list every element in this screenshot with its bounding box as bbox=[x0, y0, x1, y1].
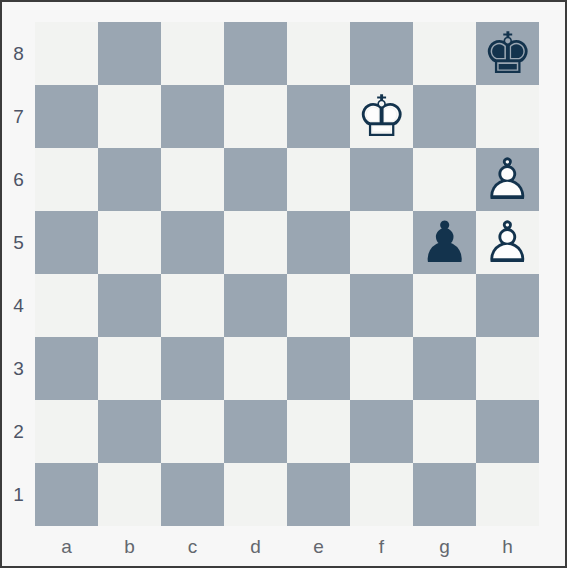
square-g5[interactable]: ♟ bbox=[413, 211, 476, 274]
square-e3[interactable] bbox=[287, 337, 350, 400]
square-g7[interactable] bbox=[413, 85, 476, 148]
black-pawn-glyph: ♟ bbox=[413, 211, 476, 274]
square-f1[interactable] bbox=[350, 463, 413, 526]
square-h5[interactable]: ♟♙ bbox=[476, 211, 539, 274]
square-h7[interactable] bbox=[476, 85, 539, 148]
square-a4[interactable] bbox=[35, 274, 98, 337]
square-e6[interactable] bbox=[287, 148, 350, 211]
piece-black-king: ♚ bbox=[476, 22, 539, 85]
piece-white-pawn: ♟♙ bbox=[476, 211, 539, 274]
square-e1[interactable] bbox=[287, 463, 350, 526]
file-label-f: f bbox=[350, 526, 413, 564]
square-d6[interactable] bbox=[224, 148, 287, 211]
square-h8[interactable]: ♚ bbox=[476, 22, 539, 85]
square-d2[interactable] bbox=[224, 400, 287, 463]
square-e8[interactable] bbox=[287, 22, 350, 85]
rank-label-2: 2 bbox=[2, 400, 35, 463]
square-a3[interactable] bbox=[35, 337, 98, 400]
black-king-glyph: ♚ bbox=[476, 22, 539, 85]
rank-label-1: 1 bbox=[2, 463, 35, 526]
piece-black-pawn: ♟ bbox=[413, 211, 476, 274]
file-label-b: b bbox=[98, 526, 161, 564]
square-d1[interactable] bbox=[224, 463, 287, 526]
square-g4[interactable] bbox=[413, 274, 476, 337]
square-h1[interactable] bbox=[476, 463, 539, 526]
square-f2[interactable] bbox=[350, 400, 413, 463]
square-c5[interactable] bbox=[161, 211, 224, 274]
square-b6[interactable] bbox=[98, 148, 161, 211]
square-g2[interactable] bbox=[413, 400, 476, 463]
square-f5[interactable] bbox=[350, 211, 413, 274]
file-label-a: a bbox=[35, 526, 98, 564]
white-pawn-outline: ♙ bbox=[476, 148, 539, 211]
square-b5[interactable] bbox=[98, 211, 161, 274]
square-f3[interactable] bbox=[350, 337, 413, 400]
square-b1[interactable] bbox=[98, 463, 161, 526]
square-f6[interactable] bbox=[350, 148, 413, 211]
white-pawn-outline: ♙ bbox=[476, 211, 539, 274]
square-h3[interactable] bbox=[476, 337, 539, 400]
piece-white-king: ♚♔ bbox=[350, 85, 413, 148]
square-c8[interactable] bbox=[161, 22, 224, 85]
square-g6[interactable] bbox=[413, 148, 476, 211]
rank-label-7: 7 bbox=[2, 85, 35, 148]
square-d3[interactable] bbox=[224, 337, 287, 400]
square-f7[interactable]: ♚♔ bbox=[350, 85, 413, 148]
square-g1[interactable] bbox=[413, 463, 476, 526]
piece-white-pawn: ♟♙ bbox=[476, 148, 539, 211]
file-label-c: c bbox=[161, 526, 224, 564]
square-f4[interactable] bbox=[350, 274, 413, 337]
square-d5[interactable] bbox=[224, 211, 287, 274]
white-king-outline: ♔ bbox=[350, 85, 413, 148]
square-c1[interactable] bbox=[161, 463, 224, 526]
square-a1[interactable] bbox=[35, 463, 98, 526]
rank-label-5: 5 bbox=[2, 211, 35, 274]
square-d8[interactable] bbox=[224, 22, 287, 85]
square-e7[interactable] bbox=[287, 85, 350, 148]
square-e4[interactable] bbox=[287, 274, 350, 337]
square-a5[interactable] bbox=[35, 211, 98, 274]
square-c7[interactable] bbox=[161, 85, 224, 148]
rank-label-6: 6 bbox=[2, 148, 35, 211]
file-label-d: d bbox=[224, 526, 287, 564]
square-b7[interactable] bbox=[98, 85, 161, 148]
file-label-e: e bbox=[287, 526, 350, 564]
square-f8[interactable] bbox=[350, 22, 413, 85]
square-g3[interactable] bbox=[413, 337, 476, 400]
square-g8[interactable] bbox=[413, 22, 476, 85]
file-label-g: g bbox=[413, 526, 476, 564]
chess-board: ♚♚♔♟♙♟♟♙ bbox=[35, 22, 539, 526]
square-e2[interactable] bbox=[287, 400, 350, 463]
square-h6[interactable]: ♟♙ bbox=[476, 148, 539, 211]
square-b2[interactable] bbox=[98, 400, 161, 463]
square-a8[interactable] bbox=[35, 22, 98, 85]
square-c6[interactable] bbox=[161, 148, 224, 211]
square-h4[interactable] bbox=[476, 274, 539, 337]
square-h2[interactable] bbox=[476, 400, 539, 463]
square-b3[interactable] bbox=[98, 337, 161, 400]
square-b4[interactable] bbox=[98, 274, 161, 337]
square-e5[interactable] bbox=[287, 211, 350, 274]
square-b8[interactable] bbox=[98, 22, 161, 85]
rank-label-4: 4 bbox=[2, 274, 35, 337]
rank-labels: 87654321 bbox=[2, 22, 35, 526]
chess-diagram: 87654321 ♚♚♔♟♙♟♟♙ abcdefgh bbox=[0, 0, 567, 568]
square-c4[interactable] bbox=[161, 274, 224, 337]
square-a6[interactable] bbox=[35, 148, 98, 211]
file-label-h: h bbox=[476, 526, 539, 564]
file-labels: abcdefgh bbox=[35, 526, 539, 564]
square-c2[interactable] bbox=[161, 400, 224, 463]
square-a7[interactable] bbox=[35, 85, 98, 148]
rank-label-3: 3 bbox=[2, 337, 35, 400]
square-d7[interactable] bbox=[224, 85, 287, 148]
board-wrap: 87654321 ♚♚♔♟♙♟♟♙ abcdefgh bbox=[2, 22, 539, 564]
square-c3[interactable] bbox=[161, 337, 224, 400]
rank-label-8: 8 bbox=[2, 22, 35, 85]
square-d4[interactable] bbox=[224, 274, 287, 337]
square-a2[interactable] bbox=[35, 400, 98, 463]
